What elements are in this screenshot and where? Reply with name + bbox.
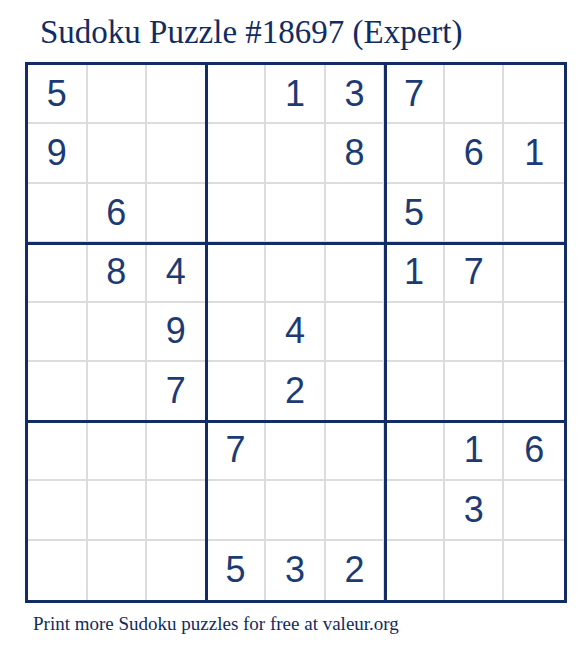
cell-r9c4: 5 <box>207 541 267 600</box>
cell-r8c8: 3 <box>445 481 505 540</box>
cell-r7c5[interactable] <box>266 422 326 481</box>
cell-r2c1: 9 <box>28 124 88 183</box>
cell-r1c3[interactable] <box>147 65 207 124</box>
sudoku-page: { "game": "sudoku", "title": "Sudoku Puz… <box>0 0 580 651</box>
cell-r8c9[interactable] <box>504 481 564 540</box>
cell-r3c6[interactable] <box>326 184 386 243</box>
cell-r5c1[interactable] <box>28 303 88 362</box>
cell-r3c7: 5 <box>385 184 445 243</box>
cell-r6c6[interactable] <box>326 362 386 421</box>
cell-r4c3: 4 <box>147 243 207 302</box>
cell-r1c2[interactable] <box>88 65 148 124</box>
cell-r5c4[interactable] <box>207 303 267 362</box>
box-divider-vertical-1 <box>205 65 208 600</box>
box-divider-horizontal-1 <box>28 242 564 245</box>
cell-r8c5[interactable] <box>266 481 326 540</box>
cell-r1c7: 7 <box>385 65 445 124</box>
cell-r8c4[interactable] <box>207 481 267 540</box>
sudoku-board: 5137986165841794727163532 <box>25 62 567 603</box>
cell-r9c9[interactable] <box>504 541 564 600</box>
cell-r3c8[interactable] <box>445 184 505 243</box>
cell-r9c5: 3 <box>266 541 326 600</box>
cell-r2c4[interactable] <box>207 124 267 183</box>
cell-r2c5[interactable] <box>266 124 326 183</box>
cell-r4c5[interactable] <box>266 243 326 302</box>
cell-r9c2[interactable] <box>88 541 148 600</box>
cell-r7c7[interactable] <box>385 422 445 481</box>
cell-r6c5: 2 <box>266 362 326 421</box>
cell-r6c7[interactable] <box>385 362 445 421</box>
cell-r5c8[interactable] <box>445 303 505 362</box>
cell-r9c7[interactable] <box>385 541 445 600</box>
cell-r2c7[interactable] <box>385 124 445 183</box>
cell-r7c9: 6 <box>504 422 564 481</box>
cell-r8c2[interactable] <box>88 481 148 540</box>
cell-r5c9[interactable] <box>504 303 564 362</box>
cell-r7c4: 7 <box>207 422 267 481</box>
cell-r6c2[interactable] <box>88 362 148 421</box>
cell-r1c4[interactable] <box>207 65 267 124</box>
cell-r9c6: 2 <box>326 541 386 600</box>
cell-r8c7[interactable] <box>385 481 445 540</box>
cell-r2c8: 6 <box>445 124 505 183</box>
cell-r4c4[interactable] <box>207 243 267 302</box>
cell-r1c8[interactable] <box>445 65 505 124</box>
cell-r6c4[interactable] <box>207 362 267 421</box>
cell-r3c4[interactable] <box>207 184 267 243</box>
cell-r7c3[interactable] <box>147 422 207 481</box>
box-divider-vertical-2 <box>384 65 387 600</box>
cell-r2c6: 8 <box>326 124 386 183</box>
cell-r5c2[interactable] <box>88 303 148 362</box>
cell-r1c1: 5 <box>28 65 88 124</box>
cell-r2c2[interactable] <box>88 124 148 183</box>
cell-r6c9[interactable] <box>504 362 564 421</box>
cell-r1c9[interactable] <box>504 65 564 124</box>
cell-r7c8: 1 <box>445 422 505 481</box>
cell-r9c1[interactable] <box>28 541 88 600</box>
cell-r1c5: 1 <box>266 65 326 124</box>
cell-r3c5[interactable] <box>266 184 326 243</box>
cell-r3c2: 6 <box>88 184 148 243</box>
cell-r4c2: 8 <box>88 243 148 302</box>
footer-text: Print more Sudoku puzzles for free at va… <box>33 613 399 635</box>
cell-r1c6: 3 <box>326 65 386 124</box>
cell-r5c3: 9 <box>147 303 207 362</box>
cell-r7c2[interactable] <box>88 422 148 481</box>
cell-r4c1[interactable] <box>28 243 88 302</box>
cell-r5c6[interactable] <box>326 303 386 362</box>
cell-r4c9[interactable] <box>504 243 564 302</box>
cell-r3c3[interactable] <box>147 184 207 243</box>
cell-r6c3: 7 <box>147 362 207 421</box>
cell-r7c1[interactable] <box>28 422 88 481</box>
cell-r8c6[interactable] <box>326 481 386 540</box>
cell-r5c5: 4 <box>266 303 326 362</box>
cell-r9c8[interactable] <box>445 541 505 600</box>
cell-r4c6[interactable] <box>326 243 386 302</box>
cell-r3c1[interactable] <box>28 184 88 243</box>
cell-r2c9: 1 <box>504 124 564 183</box>
page-title: Sudoku Puzzle #18697 (Expert) <box>40 14 463 50</box>
cell-r7c6[interactable] <box>326 422 386 481</box>
cell-r8c3[interactable] <box>147 481 207 540</box>
cell-r6c8[interactable] <box>445 362 505 421</box>
box-divider-horizontal-2 <box>28 420 564 423</box>
cell-r4c8: 7 <box>445 243 505 302</box>
cell-r8c1[interactable] <box>28 481 88 540</box>
cell-r9c3[interactable] <box>147 541 207 600</box>
cell-r2c3[interactable] <box>147 124 207 183</box>
cell-r5c7[interactable] <box>385 303 445 362</box>
cell-r6c1[interactable] <box>28 362 88 421</box>
cell-r4c7: 1 <box>385 243 445 302</box>
cell-r3c9[interactable] <box>504 184 564 243</box>
